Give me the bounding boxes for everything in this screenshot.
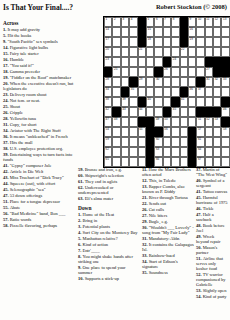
grid-cell[interactable] <box>221 27 229 37</box>
black-square <box>104 67 112 77</box>
across-clue-63: 63. Eli's alma mater <box>78 197 139 202</box>
grid-cell[interactable] <box>129 107 137 117</box>
grid-cell[interactable] <box>196 27 204 37</box>
grid-cell[interactable] <box>188 97 196 107</box>
grid-cell[interactable] <box>221 87 229 97</box>
cell-number: 64 <box>198 148 201 151</box>
down-clue-3: 3. Potential plants <box>78 225 139 230</box>
grid-cell[interactable] <box>163 87 171 97</box>
grid-cell[interactable] <box>213 87 221 97</box>
cell-number: 66 <box>156 158 159 161</box>
grid-cell[interactable]: 23 <box>104 57 112 67</box>
grid-cell[interactable]: 34 <box>104 87 112 97</box>
grid-cell[interactable]: 16 <box>188 27 196 37</box>
grid-cell[interactable] <box>180 57 188 67</box>
grid-cell[interactable] <box>205 27 213 37</box>
grid-cell[interactable]: 1 <box>104 17 112 27</box>
puzzle-title: Is That Your Final....? <box>3 3 73 12</box>
grid-cell[interactable]: 22 <box>180 47 188 57</box>
grid-cell[interactable]: 14 <box>104 27 112 37</box>
down-clue-40: 40. Symbol of a sergeant <box>196 179 228 189</box>
down-clue-32: 32. It contains the Galapagos Isl. <box>142 243 194 253</box>
grid-cell[interactable] <box>138 87 146 97</box>
grid-cell[interactable] <box>121 57 129 67</box>
black-square <box>112 107 120 117</box>
grid-cell[interactable] <box>205 37 213 47</box>
black-square <box>138 117 146 127</box>
grid-cell[interactable] <box>163 97 171 107</box>
grid-cell[interactable] <box>112 137 120 147</box>
grid-cell[interactable] <box>180 147 188 157</box>
cell-number: 17 <box>106 38 109 41</box>
grid-cell[interactable]: 8 <box>171 17 179 27</box>
cell-number: 27 <box>206 68 209 71</box>
grid-cell[interactable] <box>121 127 129 137</box>
grid-cell[interactable] <box>196 57 204 67</box>
grid-cell[interactable]: 58 <box>221 127 229 137</box>
cell-number: 47 <box>106 118 109 121</box>
grid-cell[interactable] <box>129 57 137 67</box>
grid-cell[interactable] <box>180 107 188 117</box>
grid-cell[interactable]: 11 <box>205 17 213 27</box>
grid-cell[interactable]: 12 <box>213 17 221 27</box>
cell-number: 60 <box>156 138 159 141</box>
black-square <box>154 127 162 137</box>
black-square <box>213 67 221 77</box>
grid-cell[interactable] <box>112 37 120 47</box>
grid-cell[interactable] <box>213 47 221 57</box>
down-clue-13: 13. Rapper Combs, also known as P. Diddy <box>142 185 194 195</box>
grid-cell[interactable] <box>154 37 162 47</box>
black-square <box>188 127 196 137</box>
grid-cell[interactable]: 67 <box>196 157 204 167</box>
grid-cell[interactable] <box>213 37 221 47</box>
grid-cell[interactable] <box>112 147 120 157</box>
black-square <box>188 147 196 157</box>
across-clue-16: 16. Humble <box>3 58 75 63</box>
grid-cell[interactable] <box>129 67 137 77</box>
grid-cell[interactable]: 18 <box>146 37 154 47</box>
down-clue-47: 47. Half a sawbuck <box>196 213 228 223</box>
black-square <box>180 37 188 47</box>
grid-cell[interactable] <box>180 137 188 147</box>
grid-cell[interactable] <box>171 137 179 147</box>
grid-cell[interactable] <box>188 117 196 127</box>
across-clue-1: 1. It may add gravity <box>3 28 75 33</box>
grid-cell[interactable]: 32 <box>213 77 221 87</box>
grid-cell[interactable]: 53 <box>213 117 221 127</box>
grid-cell[interactable]: 17 <box>104 37 112 47</box>
grid-cell[interactable]: 54 <box>104 127 112 137</box>
grid-cell[interactable] <box>121 77 129 87</box>
grid-cell[interactable]: 33 <box>221 77 229 87</box>
grid-cell[interactable]: 45 <box>171 107 179 117</box>
cell-number: 38 <box>106 98 109 101</box>
cell-number: 19 <box>190 38 193 41</box>
grid-cell[interactable] <box>213 147 221 157</box>
grid-cell[interactable] <box>154 57 162 67</box>
grid-cell[interactable] <box>180 157 188 167</box>
across-clue-17: 17. "You said it!" <box>3 64 75 69</box>
grid-cell[interactable]: 60 <box>154 137 162 147</box>
down-clue-35: 35. Soundness <box>142 271 194 276</box>
grid-cell[interactable] <box>205 87 213 97</box>
black-square <box>213 57 221 67</box>
grid-cell[interactable] <box>171 127 179 137</box>
cell-number: 2 <box>114 18 116 21</box>
grid-cell[interactable]: 21 <box>138 47 146 57</box>
cell-number: 53 <box>215 118 218 121</box>
grid-cell[interactable]: 27 <box>205 67 213 77</box>
cell-number: 8 <box>173 18 175 21</box>
cell-number: 63 <box>156 148 159 151</box>
cell-number: 15 <box>148 28 151 31</box>
grid-cell[interactable] <box>188 67 196 77</box>
grid-cell[interactable] <box>112 57 120 67</box>
across-clue-5: 5. Hit the books <box>3 34 75 39</box>
grid-cell[interactable] <box>205 97 213 107</box>
cell-number: 34 <box>106 88 109 91</box>
cell-number: 13 <box>223 18 226 21</box>
grid-cell[interactable]: 15 <box>146 27 154 37</box>
grid-cell[interactable] <box>180 67 188 77</box>
grid-cell[interactable] <box>163 137 171 147</box>
grid-cell[interactable]: 40 <box>146 97 154 107</box>
grid-cell[interactable] <box>180 77 188 87</box>
grid-cell[interactable] <box>171 77 179 87</box>
grid-cell[interactable]: 63 <box>154 147 162 157</box>
grid-cell[interactable] <box>171 47 179 57</box>
black-square <box>129 77 137 87</box>
cell-number: 25 <box>114 68 117 71</box>
grid-cell[interactable]: 26 <box>163 67 171 77</box>
grid-cell[interactable] <box>213 127 221 137</box>
grid-cell[interactable]: 9 <box>188 17 196 27</box>
grid-cell[interactable]: 5 <box>146 17 154 27</box>
grid-cell[interactable] <box>121 157 129 167</box>
grid-cell[interactable]: 44 <box>138 107 146 117</box>
grid-cell[interactable]: 24 <box>171 57 179 67</box>
down-clue-2: 2. Bring in <box>78 219 139 224</box>
grid-cell[interactable] <box>121 137 129 147</box>
grid-cell[interactable] <box>196 47 204 57</box>
grid-cell[interactable] <box>138 147 146 157</box>
grid-cell[interactable] <box>213 97 221 107</box>
black-square <box>213 107 221 117</box>
black-square <box>154 67 162 77</box>
grid-cell[interactable]: 31 <box>205 77 213 87</box>
cell-number: 11 <box>206 18 209 21</box>
cell-number: 55 <box>139 128 142 131</box>
grid-cell[interactable]: 51 <box>196 117 204 127</box>
cell-number: 28 <box>106 78 109 81</box>
grid-cell[interactable]: 59 <box>104 137 112 147</box>
across-clue-24: 24. Not fem. or neut. <box>3 99 75 104</box>
across-clue-39: 39. Entertaining ways to turn facts into… <box>3 153 75 163</box>
down-clue-50: 50. Mason's partner <box>196 246 228 256</box>
grid-cell[interactable]: 50 <box>163 117 171 127</box>
grid-cell[interactable]: 56 <box>163 127 171 137</box>
across-clue-14: 14. Figurative light bulbs <box>3 46 75 51</box>
cell-number: 65 <box>106 158 109 161</box>
cell-number: 33 <box>223 78 226 81</box>
grid-cell[interactable] <box>146 87 154 97</box>
grid-cell[interactable] <box>112 27 120 37</box>
grid-cell[interactable] <box>163 47 171 57</box>
grid-cell[interactable]: 20 <box>104 47 112 57</box>
grid-cell[interactable] <box>146 107 154 117</box>
cell-number: 39 <box>122 98 125 101</box>
cell-number: 62 <box>106 148 109 151</box>
grid-cell[interactable] <box>196 97 204 107</box>
black-square <box>180 17 188 27</box>
grid-cell[interactable] <box>112 157 120 167</box>
down-clue-51: 51. Airline that serves only kosher food <box>196 257 228 272</box>
grid-cell[interactable] <box>138 157 146 167</box>
cell-number: 41 <box>181 98 184 101</box>
grid-cell[interactable] <box>180 127 188 137</box>
cell-number: 50 <box>164 118 167 121</box>
grid-cell[interactable] <box>196 67 204 77</box>
black-square <box>221 57 229 67</box>
grid-cell[interactable] <box>121 67 129 77</box>
grid-cell[interactable] <box>129 117 137 127</box>
grid-cell[interactable]: 38 <box>104 97 112 107</box>
grid-cell[interactable] <box>121 147 129 157</box>
across-clues-column: Across 1. It may add gravity5. Hit the b… <box>3 20 75 230</box>
grid-cell[interactable] <box>129 147 137 157</box>
down-header: Down <box>78 205 139 211</box>
grid-cell[interactable]: 29 <box>138 77 146 87</box>
across-clue-19: 19. "Fiddler on the Roof" matchmaker <box>3 76 75 81</box>
grid-cell[interactable]: 62 <box>104 147 112 157</box>
across-clue-25: 25. Shout <box>3 105 75 110</box>
down-clue-45: 45. Harmful hurricane of 1975 <box>196 196 228 206</box>
grid-cell[interactable]: 30 <box>154 77 162 87</box>
grid-cell[interactable] <box>188 57 196 67</box>
grid-cell[interactable] <box>213 137 221 147</box>
grid-cell[interactable] <box>129 157 137 167</box>
grid-cell[interactable]: 65 <box>104 157 112 167</box>
grid-cell[interactable]: 61 <box>196 137 204 147</box>
black-square <box>138 37 146 47</box>
black-square <box>146 157 154 167</box>
middle-clues-column: 59. Bronze and iron, e.g.60. Shipwright'… <box>78 168 139 283</box>
down-clues-list-start: 1. Home of the Heat2. Bring in3. Potenti… <box>78 213 139 282</box>
grid-cell[interactable] <box>154 107 162 117</box>
grid-cell[interactable] <box>205 127 213 137</box>
grid-cell[interactable]: 52 <box>205 117 213 127</box>
grid-cell[interactable] <box>121 117 129 127</box>
across-clue-58: 58. Pizzelle flavoring, perhaps <box>3 224 75 229</box>
grid-cell[interactable] <box>205 137 213 147</box>
grid-cell[interactable] <box>146 47 154 57</box>
grid-cell[interactable] <box>129 97 137 107</box>
grid-cell[interactable] <box>163 157 171 167</box>
black-square <box>188 157 196 167</box>
grid-cell[interactable] <box>138 57 146 67</box>
grid-cell[interactable] <box>221 137 229 147</box>
grid-cell[interactable]: 35 <box>129 87 137 97</box>
grid-cell[interactable]: 19 <box>188 37 196 47</box>
grid-cell[interactable] <box>205 47 213 57</box>
grid-cell[interactable] <box>171 67 179 77</box>
grid-cell[interactable]: 66 <box>154 157 162 167</box>
grid-cell[interactable]: 42 <box>104 107 112 117</box>
grid-cell[interactable] <box>163 27 171 37</box>
grid-cell[interactable] <box>112 127 120 137</box>
grid-cell[interactable] <box>171 117 179 127</box>
down-clue-52: 52. TV warrior companioned by Gabrielle <box>196 273 228 288</box>
cell-number: 56 <box>164 128 167 131</box>
grid-cell[interactable] <box>121 37 129 47</box>
cell-number: 23 <box>106 58 109 61</box>
grid-cell[interactable]: 25 <box>112 67 120 77</box>
grid-cell[interactable] <box>205 157 213 167</box>
grid-cell[interactable]: 2 <box>112 17 120 27</box>
black-square <box>221 97 229 107</box>
grid-cell[interactable]: 36 <box>188 87 196 97</box>
grid-cell[interactable]: 47 <box>104 117 112 127</box>
black-square <box>163 57 171 67</box>
grid-cell[interactable] <box>163 37 171 47</box>
grid-cell[interactable] <box>129 27 137 37</box>
grid-cell[interactable] <box>188 47 196 57</box>
grid-cell[interactable] <box>221 147 229 157</box>
cell-number: 7 <box>164 18 166 21</box>
cell-number: 24 <box>173 58 176 61</box>
grid-cell[interactable] <box>205 147 213 157</box>
cell-number: 3 <box>122 18 124 21</box>
grid-cell[interactable] <box>163 77 171 87</box>
grid-cell[interactable]: 46 <box>221 107 229 117</box>
cell-number: 44 <box>139 108 142 111</box>
down-clue-7: 7. Entr'____ <box>78 249 139 254</box>
grid-cell[interactable] <box>138 137 146 147</box>
grid-cell[interactable]: 39 <box>121 97 129 107</box>
black-square <box>146 127 154 137</box>
across-clue-15: 15. Fairy tale starter <box>3 52 75 57</box>
grid-cell[interactable] <box>112 77 120 87</box>
grid-cell[interactable]: 6 <box>154 17 162 27</box>
grid-cell[interactable] <box>171 147 179 157</box>
grid-cell[interactable] <box>146 57 154 67</box>
cell-number: 54 <box>106 128 109 131</box>
cell-number: 49 <box>156 118 159 121</box>
grid-cell[interactable]: 28 <box>104 77 112 87</box>
cell-number: 14 <box>106 28 109 31</box>
black-square <box>146 117 154 127</box>
grid-cell[interactable] <box>121 27 129 37</box>
grid-cell[interactable]: 64 <box>196 147 204 157</box>
grid-cell[interactable] <box>163 147 171 157</box>
grid-cell[interactable]: 13 <box>221 17 229 27</box>
grid-cell[interactable] <box>129 47 137 57</box>
grid-cell[interactable] <box>129 37 137 47</box>
grid-cell[interactable] <box>171 37 179 47</box>
grid-cell[interactable]: 48 <box>112 117 120 127</box>
across-clue-9: 9. "South Pacific" sex symbols <box>3 40 75 45</box>
down-clue-34: 34. Start of Edison's signature <box>142 260 194 270</box>
down-clue-4: 4. Surf City on the Monterey Bay <box>78 231 139 236</box>
cell-number: 58 <box>223 128 226 131</box>
grid-cell[interactable] <box>171 157 179 167</box>
grid-cell[interactable]: 37 <box>196 87 204 97</box>
grid-cell[interactable] <box>221 37 229 47</box>
grid-cell[interactable] <box>171 87 179 97</box>
grid-cell[interactable] <box>154 87 162 97</box>
down-clue-11: 11. How the Marx Brothers often acted <box>142 168 194 178</box>
cell-number: 32 <box>215 78 218 81</box>
cell-number: 1 <box>106 18 108 21</box>
grid-cell[interactable] <box>121 47 129 57</box>
across-clue-62: 62. Undercooked or underrepresented <box>78 186 139 196</box>
page-header: Is That Your Final....? Robert Stockton … <box>3 3 227 12</box>
cell-number: 36 <box>190 88 193 91</box>
grid-cell[interactable] <box>146 67 154 77</box>
grid-cell[interactable] <box>221 157 229 167</box>
across-clue-20: 20. When the executive doesn't run, but … <box>3 82 75 92</box>
black-square <box>221 117 229 127</box>
black-square <box>138 97 146 107</box>
down-clues-column-2: 11. How the Marx Brothers often acted12.… <box>142 168 194 277</box>
black-square <box>221 67 229 77</box>
grid-cell[interactable]: 57 <box>196 127 204 137</box>
grid-cell[interactable]: 41 <box>180 97 188 107</box>
grid-cell[interactable]: 43 <box>121 107 129 117</box>
black-square <box>205 57 213 67</box>
grid-cell[interactable] <box>221 47 229 57</box>
grid-cell[interactable]: 55 <box>138 127 146 137</box>
grid-cell[interactable]: 49 <box>154 117 162 127</box>
black-square <box>163 107 171 117</box>
grid-cell[interactable] <box>129 137 137 147</box>
grid-cell[interactable] <box>154 27 162 37</box>
grid-cell[interactable] <box>171 27 179 37</box>
down-clue-9: 9. One place to spend your summer <box>78 266 139 276</box>
grid-cell[interactable] <box>213 27 221 37</box>
grid-cell[interactable] <box>154 97 162 107</box>
black-square <box>121 87 129 97</box>
down-clue-8: 8. You might shake hands after striking … <box>78 255 139 265</box>
grid-cell[interactable] <box>146 77 154 87</box>
grid-cell[interactable]: 7 <box>163 17 171 27</box>
black-square <box>138 17 146 27</box>
down-clue-5: 5. Manhattan relative? <box>78 237 139 242</box>
across-clues-tail: 59. Bronze and iron, e.g.60. Shipwright'… <box>78 168 139 202</box>
grid-cell[interactable] <box>112 97 120 107</box>
grid-cell[interactable] <box>196 37 204 47</box>
grid-cell[interactable]: 3 <box>121 17 129 27</box>
grid-cell[interactable] <box>112 87 120 97</box>
grid-cell[interactable] <box>213 157 221 167</box>
crossword-grid[interactable]: 1234567891011121314151617181920212223242… <box>103 16 230 168</box>
grid-cell[interactable]: 10 <box>196 17 204 27</box>
cell-number: 42 <box>106 108 109 111</box>
across-header: Across <box>3 20 75 26</box>
cell-number: 26 <box>164 68 167 71</box>
grid-cell[interactable] <box>188 77 196 87</box>
across-clue-18: 18. Gamma preceder <box>3 70 75 75</box>
grid-cell[interactable] <box>154 47 162 57</box>
grid-cell[interactable] <box>112 47 120 57</box>
grid-cell[interactable] <box>180 117 188 127</box>
grid-cell[interactable] <box>138 67 146 77</box>
grid-cell[interactable] <box>129 127 137 137</box>
across-clues-list: 1. It may add gravity5. Hit the books9. … <box>3 28 75 230</box>
grid-cell[interactable] <box>188 107 196 117</box>
grid-cell[interactable]: 4 <box>129 17 137 27</box>
